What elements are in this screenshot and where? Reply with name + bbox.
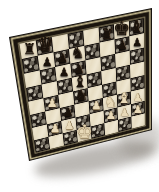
square-d1 <box>77 127 92 142</box>
square-a1 <box>34 137 50 153</box>
square-e1 <box>91 123 105 138</box>
square-c1 <box>63 130 78 146</box>
square-b1 <box>48 133 64 149</box>
square-g1 <box>118 117 132 132</box>
chess-set-photo: ♜♛♜♚♝♟♟♞♟♟♟♟♝♞♟♟♟♞♝♟♟♟♟♟♟♚ <box>0 0 159 192</box>
square-h1 <box>131 113 144 128</box>
square-f1 <box>104 120 118 135</box>
board-grid <box>19 18 144 152</box>
